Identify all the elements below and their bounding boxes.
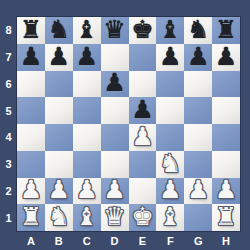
piece-white-pawn: ♟ (75, 178, 97, 203)
chess-board: ♜♞♝♛♚♝♞♜♟♟♟♟♟♟♟♟♟♞♟♟♟♟♟♟♟♜♞♝♛♚♝♜ (17, 17, 240, 231)
rank-label-6: 6 (0, 71, 17, 98)
square-h8[interactable]: ♜ (212, 17, 240, 44)
square-a5[interactable] (17, 97, 45, 124)
rank-label-2: 2 (0, 178, 17, 205)
file-labels: ABCDEFGH (17, 233, 240, 248)
piece-white-bishop: ♝ (75, 204, 97, 229)
square-b1[interactable]: ♞ (45, 204, 73, 231)
square-d3[interactable] (101, 151, 129, 178)
square-e6[interactable] (129, 71, 157, 98)
square-d5[interactable] (101, 97, 129, 124)
square-h6[interactable] (212, 71, 240, 98)
piece-black-pawn: ♟ (215, 44, 237, 69)
square-b2[interactable]: ♟ (45, 178, 73, 205)
square-b8[interactable]: ♞ (45, 17, 73, 44)
piece-black-rook: ♜ (20, 17, 42, 42)
piece-black-pawn: ♟ (103, 71, 125, 96)
square-f6[interactable] (156, 71, 184, 98)
square-e7[interactable] (129, 44, 157, 71)
square-g4[interactable] (184, 124, 212, 151)
piece-white-knight: ♞ (48, 204, 70, 229)
square-h5[interactable] (212, 97, 240, 124)
square-d2[interactable]: ♟ (101, 178, 129, 205)
square-d1[interactable]: ♛ (101, 204, 129, 231)
square-e1[interactable]: ♚ (129, 204, 157, 231)
rank-label-5: 5 (0, 97, 17, 124)
piece-black-knight: ♞ (48, 17, 70, 42)
piece-black-pawn: ♟ (131, 97, 153, 122)
square-g5[interactable] (184, 97, 212, 124)
piece-black-rook: ♜ (215, 17, 237, 42)
square-e8[interactable]: ♚ (129, 17, 157, 44)
file-label-d: D (101, 233, 129, 248)
square-g8[interactable]: ♞ (184, 17, 212, 44)
file-label-c: C (73, 233, 101, 248)
square-a3[interactable] (17, 151, 45, 178)
square-a2[interactable]: ♟ (17, 178, 45, 205)
square-d4[interactable] (101, 124, 129, 151)
square-b5[interactable] (45, 97, 73, 124)
square-h7[interactable]: ♟ (212, 44, 240, 71)
piece-black-pawn: ♟ (159, 44, 181, 69)
square-c6[interactable] (73, 71, 101, 98)
square-d6[interactable]: ♟ (101, 71, 129, 98)
piece-white-pawn: ♟ (20, 178, 42, 203)
square-g6[interactable] (184, 71, 212, 98)
piece-black-bishop: ♝ (159, 17, 181, 42)
rank-labels: 87654321 (0, 17, 17, 231)
square-d8[interactable]: ♛ (101, 17, 129, 44)
square-f5[interactable] (156, 97, 184, 124)
square-h3[interactable] (212, 151, 240, 178)
square-c7[interactable]: ♟ (73, 44, 101, 71)
piece-white-pawn: ♟ (103, 178, 125, 203)
square-g3[interactable] (184, 151, 212, 178)
piece-white-rook: ♜ (215, 204, 237, 229)
piece-white-king: ♚ (131, 204, 153, 229)
piece-white-bishop: ♝ (159, 204, 181, 229)
rank-label-7: 7 (0, 44, 17, 71)
square-e2[interactable] (129, 178, 157, 205)
square-f3[interactable]: ♞ (156, 151, 184, 178)
file-label-a: A (17, 233, 45, 248)
file-label-b: B (45, 233, 73, 248)
piece-black-pawn: ♟ (75, 44, 97, 69)
file-label-g: G (184, 233, 212, 248)
square-c1[interactable]: ♝ (73, 204, 101, 231)
piece-black-pawn: ♟ (20, 44, 42, 69)
file-label-f: F (156, 233, 184, 248)
square-e4[interactable]: ♟ (129, 124, 157, 151)
square-c3[interactable] (73, 151, 101, 178)
rank-label-3: 3 (0, 151, 17, 178)
square-b3[interactable] (45, 151, 73, 178)
piece-black-pawn: ♟ (187, 44, 209, 69)
square-e3[interactable] (129, 151, 157, 178)
piece-white-pawn: ♟ (131, 124, 153, 149)
piece-black-king: ♚ (131, 17, 153, 42)
square-h1[interactable]: ♜ (212, 204, 240, 231)
piece-black-knight: ♞ (187, 17, 209, 42)
square-g1[interactable] (184, 204, 212, 231)
square-c8[interactable]: ♝ (73, 17, 101, 44)
piece-white-pawn: ♟ (159, 178, 181, 203)
file-label-e: E (129, 233, 157, 248)
square-d7[interactable] (101, 44, 129, 71)
square-f2[interactable]: ♟ (156, 178, 184, 205)
piece-white-pawn: ♟ (48, 178, 70, 203)
square-h2[interactable]: ♟ (212, 178, 240, 205)
piece-white-knight: ♞ (159, 151, 181, 176)
piece-white-pawn: ♟ (215, 178, 237, 203)
rank-label-4: 4 (0, 124, 17, 151)
square-c2[interactable]: ♟ (73, 178, 101, 205)
square-f1[interactable]: ♝ (156, 204, 184, 231)
rank-label-1: 1 (0, 204, 17, 231)
rank-label-8: 8 (0, 17, 17, 44)
square-e5[interactable]: ♟ (129, 97, 157, 124)
square-b4[interactable] (45, 124, 73, 151)
chess-board-frame: 87654321 ♜♞♝♛♚♝♞♜♟♟♟♟♟♟♟♟♟♞♟♟♟♟♟♟♟♜♞♝♛♚♝… (0, 0, 250, 250)
square-a1[interactable]: ♜ (17, 204, 45, 231)
square-a7[interactable]: ♟ (17, 44, 45, 71)
square-f4[interactable] (156, 124, 184, 151)
square-b7[interactable]: ♟ (45, 44, 73, 71)
piece-white-pawn: ♟ (187, 178, 209, 203)
square-c4[interactable] (73, 124, 101, 151)
square-f7[interactable]: ♟ (156, 44, 184, 71)
square-c5[interactable] (73, 97, 101, 124)
square-b6[interactable] (45, 71, 73, 98)
square-h4[interactable] (212, 124, 240, 151)
square-a8[interactable]: ♜ (17, 17, 45, 44)
square-g2[interactable]: ♟ (184, 178, 212, 205)
piece-black-queen: ♛ (103, 17, 125, 42)
file-label-h: H (212, 233, 240, 248)
square-f8[interactable]: ♝ (156, 17, 184, 44)
piece-white-queen: ♛ (103, 204, 125, 229)
piece-black-bishop: ♝ (75, 17, 97, 42)
piece-white-rook: ♜ (20, 204, 42, 229)
square-a6[interactable] (17, 71, 45, 98)
piece-black-pawn: ♟ (48, 44, 70, 69)
square-g7[interactable]: ♟ (184, 44, 212, 71)
square-a4[interactable] (17, 124, 45, 151)
